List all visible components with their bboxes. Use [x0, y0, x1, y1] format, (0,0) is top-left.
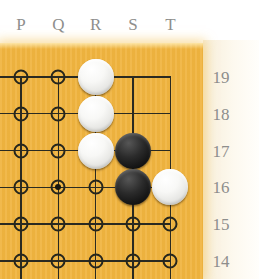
grid-line-vertical — [132, 95, 133, 132]
board-point-P17[interactable] — [2, 132, 39, 169]
circle-marker — [51, 253, 66, 268]
board-point-T18[interactable] — [152, 95, 189, 132]
circle-marker — [163, 253, 178, 268]
grid-line-horizontal — [152, 113, 171, 114]
board-point-R18[interactable] — [77, 95, 114, 132]
circle-marker — [51, 106, 66, 121]
board-point-P15[interactable] — [2, 206, 39, 243]
go-board-screenshot: PQRST191817161514 — [0, 0, 259, 279]
board-point-P16[interactable] — [2, 169, 39, 206]
board-point-Q18[interactable] — [40, 95, 77, 132]
circle-marker — [13, 143, 28, 158]
column-label-P: P — [16, 16, 25, 33]
white-stone — [78, 59, 114, 95]
board-point-P19[interactable] — [2, 59, 39, 96]
row-label-17: 17 — [213, 142, 230, 159]
black-stone — [115, 169, 151, 205]
board-point-T14[interactable] — [152, 243, 189, 279]
circle-marker — [51, 217, 66, 232]
grid-line-vertical — [132, 76, 133, 95]
board-point-S14[interactable] — [114, 243, 151, 279]
grid-line-horizontal — [152, 150, 171, 151]
board-point-P18[interactable] — [2, 95, 39, 132]
board-point-R19[interactable] — [77, 59, 114, 96]
column-label-T: T — [165, 16, 175, 33]
white-stone — [78, 96, 114, 132]
column-label-S: S — [128, 16, 137, 33]
white-stone — [78, 133, 114, 169]
row-label-19: 19 — [213, 69, 230, 86]
white-stone — [152, 169, 188, 205]
board-grid — [0, 59, 189, 279]
row-label-16: 16 — [213, 179, 230, 196]
board-point-S16[interactable] — [114, 169, 151, 206]
black-stone — [115, 133, 151, 169]
board-point-Q15[interactable] — [40, 206, 77, 243]
board-point-S18[interactable] — [114, 95, 151, 132]
board-point-Q19[interactable] — [40, 59, 77, 96]
board-point-P14[interactable] — [2, 243, 39, 279]
board-point-S17[interactable] — [114, 132, 151, 169]
circle-marker — [13, 180, 28, 195]
circle-marker — [13, 69, 28, 84]
circle-marker — [88, 253, 103, 268]
row-label-15: 15 — [213, 216, 230, 233]
circle-marker — [13, 217, 28, 232]
board-right-margin — [203, 40, 259, 279]
board-point-T17[interactable] — [152, 132, 189, 169]
board-point-Q16[interactable] — [40, 169, 77, 206]
circle-marker — [163, 217, 178, 232]
board-point-T15[interactable] — [152, 206, 189, 243]
column-label-R: R — [90, 16, 101, 33]
board-point-R15[interactable] — [77, 206, 114, 243]
grid-line-vertical — [170, 132, 171, 169]
circle-marker — [13, 253, 28, 268]
circle-marker — [51, 69, 66, 84]
grid-line-vertical — [170, 95, 171, 132]
circle-marker — [125, 253, 140, 268]
circle-marker — [125, 217, 140, 232]
column-label-Q: Q — [52, 16, 64, 33]
board-point-R16[interactable] — [77, 169, 114, 206]
circle-marker — [51, 143, 66, 158]
star-point — [55, 184, 61, 190]
board-point-Q17[interactable] — [40, 132, 77, 169]
circle-marker — [88, 180, 103, 195]
circle-marker — [13, 106, 28, 121]
board-point-R17[interactable] — [77, 132, 114, 169]
grid-line-horizontal — [152, 76, 171, 77]
board-point-Q14[interactable] — [40, 243, 77, 279]
board-point-T16[interactable] — [152, 169, 189, 206]
board-point-S19[interactable] — [114, 59, 151, 96]
row-label-18: 18 — [213, 105, 230, 122]
board-point-T19[interactable] — [152, 59, 189, 96]
board-point-S15[interactable] — [114, 206, 151, 243]
grid-line-vertical — [170, 76, 171, 95]
circle-marker — [88, 217, 103, 232]
row-label-14: 14 — [213, 253, 230, 270]
board-point-R14[interactable] — [77, 243, 114, 279]
